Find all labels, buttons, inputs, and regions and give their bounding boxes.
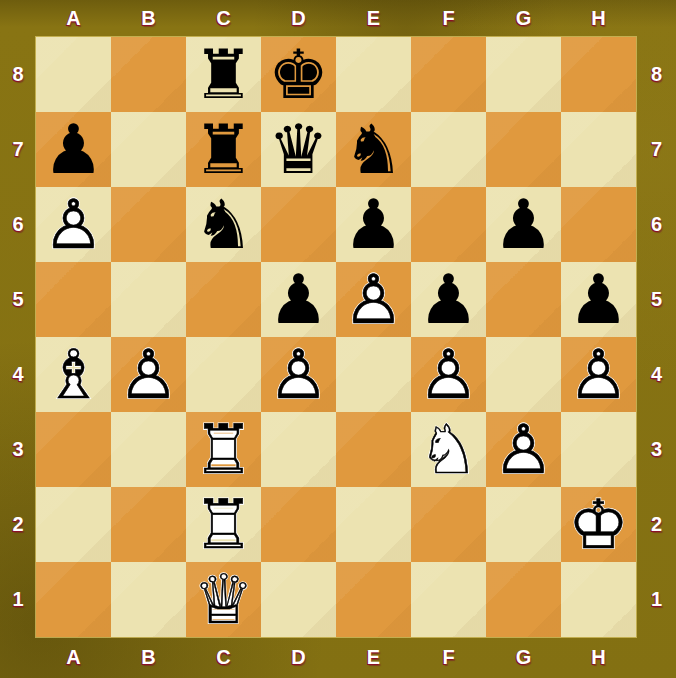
rank-label-3: 3 bbox=[0, 412, 36, 487]
square-b8[interactable] bbox=[111, 37, 186, 112]
file-label-f: F bbox=[411, 637, 486, 678]
square-d5[interactable]: ♟ bbox=[261, 262, 336, 337]
white-piece-outline: ♖ bbox=[186, 487, 261, 562]
square-f6[interactable] bbox=[411, 187, 486, 262]
square-f4[interactable]: ♟♙ bbox=[411, 337, 486, 412]
white-knight[interactable]: ♞♘ bbox=[411, 412, 486, 487]
file-labels-bottom: ABCDEFGH bbox=[36, 637, 636, 678]
white-pawn[interactable]: ♟♙ bbox=[411, 337, 486, 412]
square-c8[interactable]: ♜ bbox=[186, 37, 261, 112]
black-rook[interactable]: ♜ bbox=[186, 37, 261, 112]
file-label-d: D bbox=[261, 637, 336, 678]
square-b6[interactable] bbox=[111, 187, 186, 262]
white-rook[interactable]: ♜♖ bbox=[186, 487, 261, 562]
square-b3[interactable] bbox=[111, 412, 186, 487]
white-king[interactable]: ♚♔ bbox=[561, 487, 636, 562]
rank-label-4: 4 bbox=[0, 337, 36, 412]
file-label-a: A bbox=[36, 637, 111, 678]
square-g6[interactable]: ♟ bbox=[486, 187, 561, 262]
file-label-f: F bbox=[411, 0, 486, 37]
square-d3[interactable] bbox=[261, 412, 336, 487]
white-piece-outline: ♗ bbox=[36, 337, 111, 412]
rank-label-7: 7 bbox=[637, 112, 676, 187]
white-piece-outline: ♙ bbox=[36, 187, 111, 262]
file-label-d: D bbox=[261, 0, 336, 37]
rank-label-1: 1 bbox=[0, 562, 36, 637]
square-a6[interactable]: ♟♙ bbox=[36, 187, 111, 262]
rank-label-2: 2 bbox=[637, 487, 676, 562]
white-pawn[interactable]: ♟♙ bbox=[261, 337, 336, 412]
square-a1[interactable] bbox=[36, 562, 111, 637]
file-labels-top: ABCDEFGH bbox=[36, 0, 636, 37]
white-piece-outline: ♖ bbox=[186, 412, 261, 487]
white-queen[interactable]: ♛♕ bbox=[186, 562, 261, 637]
black-knight[interactable]: ♞ bbox=[336, 112, 411, 187]
file-label-g: G bbox=[486, 637, 561, 678]
black-queen[interactable]: ♛ bbox=[261, 112, 336, 187]
square-d1[interactable] bbox=[261, 562, 336, 637]
rank-label-2: 2 bbox=[0, 487, 36, 562]
file-label-h: H bbox=[561, 637, 636, 678]
file-label-g: G bbox=[486, 0, 561, 37]
square-d4[interactable]: ♟♙ bbox=[261, 337, 336, 412]
square-c5[interactable] bbox=[186, 262, 261, 337]
white-piece-outline: ♕ bbox=[186, 562, 261, 637]
white-piece-outline: ♙ bbox=[336, 262, 411, 337]
black-knight[interactable]: ♞ bbox=[186, 187, 261, 262]
square-h2[interactable]: ♚♔ bbox=[561, 487, 636, 562]
rank-label-7: 7 bbox=[0, 112, 36, 187]
file-label-a: A bbox=[36, 0, 111, 37]
square-f8[interactable] bbox=[411, 37, 486, 112]
square-e1[interactable] bbox=[336, 562, 411, 637]
square-d8[interactable]: ♚ bbox=[261, 37, 336, 112]
square-e3[interactable] bbox=[336, 412, 411, 487]
chess-diagram: ABCDEFGH ABCDEFGH 87654321 87654321 ♜♚♟♜… bbox=[0, 0, 676, 678]
square-e5[interactable]: ♟♙ bbox=[336, 262, 411, 337]
white-pawn[interactable]: ♟♙ bbox=[486, 412, 561, 487]
white-piece-outline: ♙ bbox=[486, 412, 561, 487]
white-piece-outline: ♙ bbox=[411, 337, 486, 412]
rank-label-1: 1 bbox=[637, 562, 676, 637]
white-pawn[interactable]: ♟♙ bbox=[336, 262, 411, 337]
white-piece-outline: ♙ bbox=[561, 337, 636, 412]
square-g2[interactable] bbox=[486, 487, 561, 562]
square-c4[interactable] bbox=[186, 337, 261, 412]
square-f3[interactable]: ♞♘ bbox=[411, 412, 486, 487]
square-b1[interactable] bbox=[111, 562, 186, 637]
square-f5[interactable]: ♟ bbox=[411, 262, 486, 337]
square-a7[interactable]: ♟ bbox=[36, 112, 111, 187]
square-c6[interactable]: ♞ bbox=[186, 187, 261, 262]
square-b7[interactable] bbox=[111, 112, 186, 187]
white-pawn[interactable]: ♟♙ bbox=[36, 187, 111, 262]
square-e8[interactable] bbox=[336, 37, 411, 112]
square-a5[interactable] bbox=[36, 262, 111, 337]
black-pawn[interactable]: ♟ bbox=[561, 262, 636, 337]
square-a4[interactable]: ♝♗ bbox=[36, 337, 111, 412]
file-label-c: C bbox=[186, 637, 261, 678]
file-label-b: B bbox=[111, 637, 186, 678]
square-h4[interactable]: ♟♙ bbox=[561, 337, 636, 412]
square-a8[interactable] bbox=[36, 37, 111, 112]
rank-label-3: 3 bbox=[637, 412, 676, 487]
white-piece-outline: ♘ bbox=[411, 412, 486, 487]
black-pawn[interactable]: ♟ bbox=[36, 112, 111, 187]
black-pawn[interactable]: ♟ bbox=[411, 262, 486, 337]
black-pawn[interactable]: ♟ bbox=[336, 187, 411, 262]
black-pawn[interactable]: ♟ bbox=[486, 187, 561, 262]
square-b4[interactable]: ♟♙ bbox=[111, 337, 186, 412]
square-d2[interactable] bbox=[261, 487, 336, 562]
square-h3[interactable] bbox=[561, 412, 636, 487]
square-g5[interactable] bbox=[486, 262, 561, 337]
square-g1[interactable] bbox=[486, 562, 561, 637]
square-e2[interactable] bbox=[336, 487, 411, 562]
square-c1[interactable]: ♛♕ bbox=[186, 562, 261, 637]
square-b2[interactable] bbox=[111, 487, 186, 562]
rank-label-6: 6 bbox=[0, 187, 36, 262]
square-h8[interactable] bbox=[561, 37, 636, 112]
square-f2[interactable] bbox=[411, 487, 486, 562]
square-h1[interactable] bbox=[561, 562, 636, 637]
white-bishop[interactable]: ♝♗ bbox=[36, 337, 111, 412]
square-f1[interactable] bbox=[411, 562, 486, 637]
square-g7[interactable] bbox=[486, 112, 561, 187]
rank-label-4: 4 bbox=[637, 337, 676, 412]
square-e7[interactable]: ♞ bbox=[336, 112, 411, 187]
file-label-h: H bbox=[561, 0, 636, 37]
square-b5[interactable] bbox=[111, 262, 186, 337]
square-e4[interactable] bbox=[336, 337, 411, 412]
square-d7[interactable]: ♛ bbox=[261, 112, 336, 187]
white-pawn[interactable]: ♟♙ bbox=[561, 337, 636, 412]
rank-labels-right: 87654321 bbox=[637, 37, 676, 637]
file-label-c: C bbox=[186, 0, 261, 37]
black-king[interactable]: ♚ bbox=[261, 37, 336, 112]
chess-board: ♜♚♟♜♛♞♟♙♞♟♟♟♟♙♟♟♝♗♟♙♟♙♟♙♟♙♜♖♞♘♟♙♜♖♚♔♛♕ bbox=[36, 37, 636, 637]
square-f7[interactable] bbox=[411, 112, 486, 187]
file-label-e: E bbox=[336, 0, 411, 37]
square-c3[interactable]: ♜♖ bbox=[186, 412, 261, 487]
square-c7[interactable]: ♜ bbox=[186, 112, 261, 187]
square-g3[interactable]: ♟♙ bbox=[486, 412, 561, 487]
rank-label-8: 8 bbox=[637, 37, 676, 112]
rank-label-5: 5 bbox=[637, 262, 676, 337]
square-g4[interactable] bbox=[486, 337, 561, 412]
file-label-e: E bbox=[336, 637, 411, 678]
file-label-b: B bbox=[111, 0, 186, 37]
square-h6[interactable] bbox=[561, 187, 636, 262]
square-e6[interactable]: ♟ bbox=[336, 187, 411, 262]
square-a3[interactable] bbox=[36, 412, 111, 487]
square-h7[interactable] bbox=[561, 112, 636, 187]
white-pawn[interactable]: ♟♙ bbox=[111, 337, 186, 412]
rank-labels-left: 87654321 bbox=[0, 37, 36, 637]
rank-label-8: 8 bbox=[0, 37, 36, 112]
square-g8[interactable] bbox=[486, 37, 561, 112]
white-piece-outline: ♙ bbox=[111, 337, 186, 412]
square-d6[interactable] bbox=[261, 187, 336, 262]
square-a2[interactable] bbox=[36, 487, 111, 562]
rank-label-5: 5 bbox=[0, 262, 36, 337]
white-piece-outline: ♙ bbox=[261, 337, 336, 412]
black-rook[interactable]: ♜ bbox=[186, 112, 261, 187]
square-h5[interactable]: ♟ bbox=[561, 262, 636, 337]
white-piece-outline: ♔ bbox=[561, 487, 636, 562]
white-rook[interactable]: ♜♖ bbox=[186, 412, 261, 487]
rank-label-6: 6 bbox=[637, 187, 676, 262]
square-c2[interactable]: ♜♖ bbox=[186, 487, 261, 562]
black-pawn[interactable]: ♟ bbox=[261, 262, 336, 337]
